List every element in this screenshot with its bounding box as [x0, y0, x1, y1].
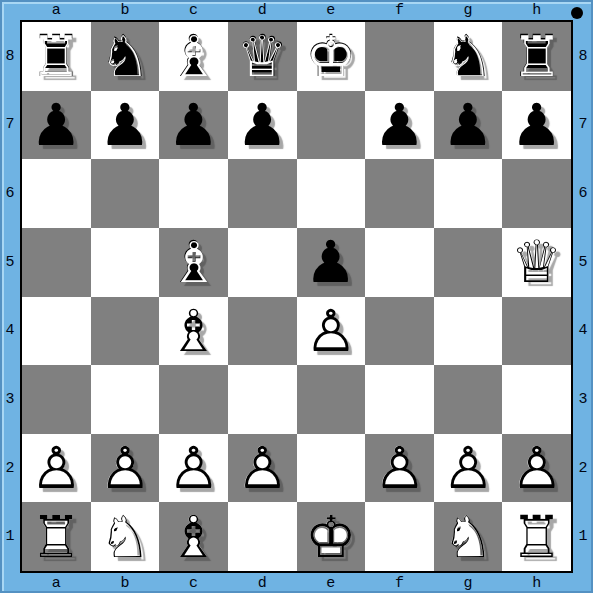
square-b6[interactable]: [91, 159, 160, 228]
file-label-b: b: [91, 573, 160, 593]
square-a6[interactable]: [22, 159, 91, 228]
square-b5[interactable]: [91, 228, 160, 297]
square-a4[interactable]: [22, 297, 91, 366]
square-e3[interactable]: [297, 365, 366, 434]
piece-white-pawn[interactable]: ♟: [236, 439, 288, 497]
square-g6[interactable]: [434, 159, 503, 228]
piece-black-pawn[interactable]: ♟: [99, 96, 151, 154]
piece-white-knight[interactable]: ♞: [442, 508, 494, 566]
square-h1[interactable]: ♜: [502, 502, 571, 571]
square-f4[interactable]: [365, 297, 434, 366]
piece-black-knight[interactable]: ♞: [99, 27, 151, 85]
square-g2[interactable]: ♟: [434, 434, 503, 503]
piece-black-pawn[interactable]: ♟: [373, 96, 425, 154]
piece-black-knight[interactable]: ♞: [442, 27, 494, 85]
rank-label-4: 4: [573, 297, 593, 366]
piece-white-queen[interactable]: ♛: [511, 233, 563, 291]
file-labels-bottom: abcdefgh: [22, 573, 571, 593]
piece-black-pawn[interactable]: ♟: [236, 96, 288, 154]
square-b2[interactable]: ♟: [91, 434, 160, 503]
piece-black-pawn[interactable]: ♟: [168, 96, 220, 154]
square-e2[interactable]: [297, 434, 366, 503]
square-d6[interactable]: [228, 159, 297, 228]
board-frame: abcdefgh abcdefgh 87654321 87654321 ♜♞♝♛…: [0, 0, 593, 593]
piece-white-rook[interactable]: ♜: [511, 508, 563, 566]
square-d3[interactable]: [228, 365, 297, 434]
square-e5[interactable]: ♟: [297, 228, 366, 297]
square-c4[interactable]: ♝: [159, 297, 228, 366]
square-f1[interactable]: [365, 502, 434, 571]
square-b3[interactable]: [91, 365, 160, 434]
square-a7[interactable]: ♟: [22, 91, 91, 160]
rank-label-2: 2: [573, 434, 593, 503]
square-e4[interactable]: ♟: [297, 297, 366, 366]
piece-white-pawn[interactable]: ♟: [442, 439, 494, 497]
square-d7[interactable]: ♟: [228, 91, 297, 160]
square-g1[interactable]: ♞: [434, 502, 503, 571]
piece-black-pawn[interactable]: ♟: [442, 96, 494, 154]
rank-label-5: 5: [573, 228, 593, 297]
square-h3[interactable]: [502, 365, 571, 434]
square-a2[interactable]: ♟: [22, 434, 91, 503]
file-label-e: e: [297, 573, 366, 593]
square-g4[interactable]: [434, 297, 503, 366]
square-c8[interactable]: ♝: [159, 22, 228, 91]
file-label-d: d: [228, 573, 297, 593]
square-h5[interactable]: ♛: [502, 228, 571, 297]
rank-label-6: 6: [573, 159, 593, 228]
square-b4[interactable]: [91, 297, 160, 366]
square-f7[interactable]: ♟: [365, 91, 434, 160]
square-f2[interactable]: ♟: [365, 434, 434, 503]
file-label-g: g: [434, 0, 503, 20]
square-f3[interactable]: [365, 365, 434, 434]
square-e6[interactable]: [297, 159, 366, 228]
piece-white-king[interactable]: ♚: [305, 508, 357, 566]
black-to-move-indicator-icon: [571, 7, 583, 19]
square-c7[interactable]: ♟: [159, 91, 228, 160]
file-label-g: g: [434, 573, 503, 593]
square-d2[interactable]: ♟: [228, 434, 297, 503]
piece-white-knight[interactable]: ♞: [99, 508, 151, 566]
file-label-a: a: [22, 0, 91, 20]
rank-label-5: 5: [0, 228, 20, 297]
square-g5[interactable]: [434, 228, 503, 297]
square-h4[interactable]: [502, 297, 571, 366]
file-label-e: e: [297, 0, 366, 20]
rank-label-8: 8: [573, 22, 593, 91]
piece-white-pawn[interactable]: ♟: [511, 439, 563, 497]
square-c5[interactable]: ♝: [159, 228, 228, 297]
square-e7[interactable]: [297, 91, 366, 160]
square-c1[interactable]: ♝: [159, 502, 228, 571]
square-a5[interactable]: [22, 228, 91, 297]
piece-white-rook[interactable]: ♜: [30, 508, 82, 566]
square-a1[interactable]: ♜: [22, 502, 91, 571]
piece-white-pawn[interactable]: ♟: [30, 439, 82, 497]
piece-black-pawn[interactable]: ♟: [30, 96, 82, 154]
square-e8[interactable]: ♚: [297, 22, 366, 91]
rank-label-2: 2: [0, 434, 20, 503]
square-f5[interactable]: [365, 228, 434, 297]
rank-labels-left: 87654321: [0, 22, 20, 571]
rank-label-6: 6: [0, 159, 20, 228]
piece-black-bishop[interactable]: ♝: [168, 233, 220, 291]
rank-label-7: 7: [573, 91, 593, 160]
square-d5[interactable]: [228, 228, 297, 297]
piece-white-pawn[interactable]: ♟: [305, 302, 357, 360]
piece-white-pawn[interactable]: ♟: [168, 439, 220, 497]
file-label-b: b: [91, 0, 160, 20]
piece-black-queen[interactable]: ♛: [236, 27, 288, 85]
square-f6[interactable]: [365, 159, 434, 228]
square-b8[interactable]: ♞: [91, 22, 160, 91]
square-g8[interactable]: ♞: [434, 22, 503, 91]
rank-label-3: 3: [573, 365, 593, 434]
square-c2[interactable]: ♟: [159, 434, 228, 503]
piece-black-king[interactable]: ♚: [305, 27, 357, 85]
file-label-h: h: [502, 0, 571, 20]
piece-black-pawn[interactable]: ♟: [305, 233, 357, 291]
piece-white-bishop[interactable]: ♝: [168, 302, 220, 360]
square-d8[interactable]: ♛: [228, 22, 297, 91]
square-b1[interactable]: ♞: [91, 502, 160, 571]
square-e1[interactable]: ♚: [297, 502, 366, 571]
file-label-f: f: [365, 0, 434, 20]
piece-black-pawn[interactable]: ♟: [511, 96, 563, 154]
square-g7[interactable]: ♟: [434, 91, 503, 160]
piece-black-bishop[interactable]: ♝: [168, 27, 220, 85]
piece-white-pawn[interactable]: ♟: [373, 439, 425, 497]
rank-label-1: 1: [573, 502, 593, 571]
square-b7[interactable]: ♟: [91, 91, 160, 160]
square-g3[interactable]: [434, 365, 503, 434]
file-label-f: f: [365, 573, 434, 593]
square-h6[interactable]: [502, 159, 571, 228]
rank-label-8: 8: [0, 22, 20, 91]
rank-label-4: 4: [0, 297, 20, 366]
square-d1[interactable]: [228, 502, 297, 571]
file-label-c: c: [159, 0, 228, 20]
rank-label-3: 3: [0, 365, 20, 434]
file-labels-top: abcdefgh: [22, 0, 571, 20]
square-h7[interactable]: ♟: [502, 91, 571, 160]
board: ♜♞♝♛♚♞♜♟♟♟♟♟♟♟♝♟♛♝♟♟♟♟♟♟♟♟♜♞♝♚♞♜: [20, 20, 573, 573]
square-h8[interactable]: ♜: [502, 22, 571, 91]
piece-white-bishop[interactable]: ♝: [168, 508, 220, 566]
rank-label-1: 1: [0, 502, 20, 571]
file-label-h: h: [502, 573, 571, 593]
square-f8[interactable]: [365, 22, 434, 91]
piece-black-rook[interactable]: ♜: [30, 27, 82, 85]
square-c3[interactable]: [159, 365, 228, 434]
piece-black-rook[interactable]: ♜: [511, 27, 563, 85]
square-d4[interactable]: [228, 297, 297, 366]
file-label-d: d: [228, 0, 297, 20]
piece-white-pawn[interactable]: ♟: [99, 439, 151, 497]
square-c6[interactable]: [159, 159, 228, 228]
square-a3[interactable]: [22, 365, 91, 434]
rank-label-7: 7: [0, 91, 20, 160]
rank-labels-right: 87654321: [573, 22, 593, 571]
file-label-a: a: [22, 573, 91, 593]
file-label-c: c: [159, 573, 228, 593]
square-h2[interactable]: ♟: [502, 434, 571, 503]
square-a8[interactable]: ♜: [22, 22, 91, 91]
